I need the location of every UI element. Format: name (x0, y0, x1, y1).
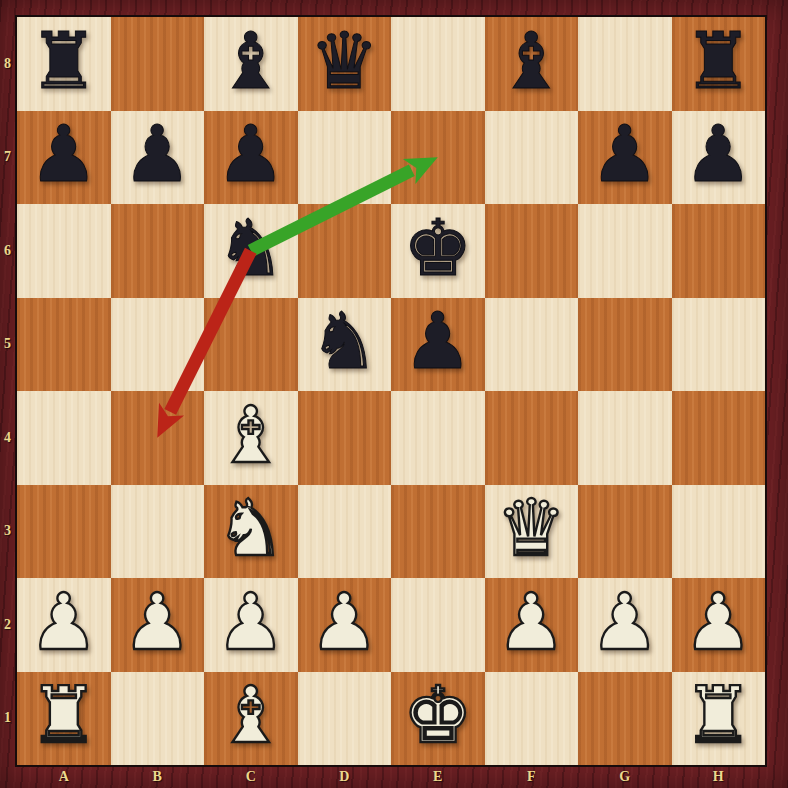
file-label-g: G (578, 767, 672, 787)
square-a1[interactable]: ♜ (17, 672, 111, 766)
file-label-c: C (204, 767, 298, 787)
square-a8[interactable]: ♜ (17, 17, 111, 111)
rank-label-4: 4 (0, 391, 15, 485)
square-c5[interactable] (204, 298, 298, 392)
file-label-f: F (485, 767, 579, 787)
square-b8[interactable] (111, 17, 205, 111)
square-f1[interactable] (485, 672, 579, 766)
square-d6[interactable] (298, 204, 392, 298)
square-b2[interactable]: ♟ (111, 578, 205, 672)
square-c6[interactable]: ♞ (204, 204, 298, 298)
piece-white-rook[interactable]: ♜ (29, 676, 99, 754)
square-e4[interactable] (391, 391, 485, 485)
square-h4[interactable] (672, 391, 766, 485)
square-d4[interactable] (298, 391, 392, 485)
rank-label-3: 3 (0, 485, 15, 579)
piece-black-pawn[interactable]: ♟ (29, 115, 99, 193)
square-d1[interactable] (298, 672, 392, 766)
rank-labels: 87654321 (0, 17, 15, 765)
square-f2[interactable]: ♟ (485, 578, 579, 672)
piece-white-pawn[interactable]: ♟ (496, 583, 566, 661)
piece-white-king[interactable]: ♚ (403, 676, 473, 754)
square-c1[interactable]: ♝ (204, 672, 298, 766)
square-b4[interactable] (111, 391, 205, 485)
chess-board: ♜♝♛♝♜♟♟♟♟♟♞♚♞♟♝♞♛♟♟♟♟♟♟♟♜♝♚♜ (15, 15, 767, 767)
file-label-h: H (672, 767, 766, 787)
piece-black-rook[interactable]: ♜ (29, 22, 99, 100)
board-frame: 87654321 ABCDEFGH ♜♝♛♝♜♟♟♟♟♟♞♚♞♟♝♞♛♟♟♟♟♟… (0, 0, 788, 788)
square-a6[interactable] (17, 204, 111, 298)
square-d5[interactable]: ♞ (298, 298, 392, 392)
square-f8[interactable]: ♝ (485, 17, 579, 111)
square-g6[interactable] (578, 204, 672, 298)
square-h1[interactable]: ♜ (672, 672, 766, 766)
piece-black-knight[interactable]: ♞ (216, 209, 286, 287)
piece-black-king[interactable]: ♚ (403, 209, 473, 287)
square-g8[interactable] (578, 17, 672, 111)
square-g2[interactable]: ♟ (578, 578, 672, 672)
square-e5[interactable]: ♟ (391, 298, 485, 392)
square-g4[interactable] (578, 391, 672, 485)
file-label-a: A (17, 767, 111, 787)
piece-black-pawn[interactable]: ♟ (590, 115, 660, 193)
piece-black-pawn[interactable]: ♟ (683, 115, 753, 193)
square-e1[interactable]: ♚ (391, 672, 485, 766)
square-d8[interactable]: ♛ (298, 17, 392, 111)
piece-white-knight[interactable]: ♞ (216, 489, 286, 567)
rank-label-1: 1 (0, 672, 15, 766)
square-b6[interactable] (111, 204, 205, 298)
square-a4[interactable] (17, 391, 111, 485)
square-c4[interactable]: ♝ (204, 391, 298, 485)
rank-label-2: 2 (0, 578, 15, 672)
square-g5[interactable] (578, 298, 672, 392)
piece-white-pawn[interactable]: ♟ (122, 583, 192, 661)
square-f3[interactable]: ♛ (485, 485, 579, 579)
file-labels: ABCDEFGH (17, 767, 765, 787)
piece-black-bishop[interactable]: ♝ (216, 22, 286, 100)
square-h3[interactable] (672, 485, 766, 579)
piece-white-bishop[interactable]: ♝ (216, 676, 286, 754)
piece-white-pawn[interactable]: ♟ (29, 583, 99, 661)
square-g3[interactable] (578, 485, 672, 579)
square-g1[interactable] (578, 672, 672, 766)
square-a5[interactable] (17, 298, 111, 392)
square-h2[interactable]: ♟ (672, 578, 766, 672)
square-f7[interactable] (485, 111, 579, 205)
piece-black-knight[interactable]: ♞ (309, 302, 379, 380)
square-h6[interactable] (672, 204, 766, 298)
file-label-d: D (298, 767, 392, 787)
square-b7[interactable]: ♟ (111, 111, 205, 205)
square-h8[interactable]: ♜ (672, 17, 766, 111)
square-c8[interactable]: ♝ (204, 17, 298, 111)
square-b1[interactable] (111, 672, 205, 766)
square-e2[interactable] (391, 578, 485, 672)
square-c3[interactable]: ♞ (204, 485, 298, 579)
piece-white-pawn[interactable]: ♟ (590, 583, 660, 661)
square-a7[interactable]: ♟ (17, 111, 111, 205)
piece-black-bishop[interactable]: ♝ (496, 22, 566, 100)
square-g7[interactable]: ♟ (578, 111, 672, 205)
square-f5[interactable] (485, 298, 579, 392)
square-e6[interactable]: ♚ (391, 204, 485, 298)
square-d2[interactable]: ♟ (298, 578, 392, 672)
square-c2[interactable]: ♟ (204, 578, 298, 672)
square-f6[interactable] (485, 204, 579, 298)
piece-black-pawn[interactable]: ♟ (122, 115, 192, 193)
piece-white-bishop[interactable]: ♝ (216, 396, 286, 474)
rank-label-5: 5 (0, 298, 15, 392)
square-b5[interactable] (111, 298, 205, 392)
square-a3[interactable] (17, 485, 111, 579)
piece-black-queen[interactable]: ♛ (309, 22, 379, 100)
square-e8[interactable] (391, 17, 485, 111)
rank-label-7: 7 (0, 111, 15, 205)
square-h5[interactable] (672, 298, 766, 392)
piece-white-pawn[interactable]: ♟ (309, 583, 379, 661)
square-c7[interactable]: ♟ (204, 111, 298, 205)
file-label-b: B (111, 767, 205, 787)
piece-black-pawn[interactable]: ♟ (403, 302, 473, 380)
square-a2[interactable]: ♟ (17, 578, 111, 672)
square-d3[interactable] (298, 485, 392, 579)
square-e7[interactable] (391, 111, 485, 205)
square-h7[interactable]: ♟ (672, 111, 766, 205)
piece-black-rook[interactable]: ♜ (683, 22, 753, 100)
file-label-e: E (391, 767, 485, 787)
piece-white-queen[interactable]: ♛ (496, 489, 566, 567)
piece-black-pawn[interactable]: ♟ (216, 115, 286, 193)
piece-white-pawn[interactable]: ♟ (683, 583, 753, 661)
rank-label-8: 8 (0, 17, 15, 111)
square-f4[interactable] (485, 391, 579, 485)
square-d7[interactable] (298, 111, 392, 205)
square-e3[interactable] (391, 485, 485, 579)
rank-label-6: 6 (0, 204, 15, 298)
piece-white-rook[interactable]: ♜ (683, 676, 753, 754)
piece-white-pawn[interactable]: ♟ (216, 583, 286, 661)
square-b3[interactable] (111, 485, 205, 579)
